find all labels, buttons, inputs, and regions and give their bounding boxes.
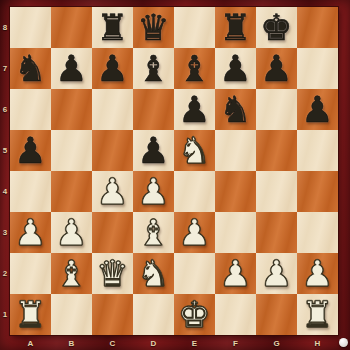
black-pawn-c7: ♟ xyxy=(96,48,128,89)
square-b8[interactable] xyxy=(51,7,92,48)
square-d4[interactable]: ♟ xyxy=(133,171,174,212)
square-f6[interactable]: ♞ xyxy=(215,89,256,130)
square-h2[interactable]: ♟ xyxy=(297,253,338,294)
black-rook-c8: ♜ xyxy=(96,7,128,48)
white-rook-a1: ♜ xyxy=(14,294,46,335)
black-king-g8: ♚ xyxy=(260,7,292,48)
white-pawn-g2: ♟ xyxy=(260,253,292,294)
square-b5[interactable] xyxy=(51,130,92,171)
square-c7[interactable]: ♟ xyxy=(92,48,133,89)
square-g6[interactable] xyxy=(256,89,297,130)
black-pawn-d5: ♟ xyxy=(137,130,169,171)
square-g3[interactable] xyxy=(256,212,297,253)
black-pawn-g7: ♟ xyxy=(260,48,292,89)
white-pawn-e3: ♟ xyxy=(178,212,210,253)
square-g7[interactable]: ♟ xyxy=(256,48,297,89)
square-h8[interactable] xyxy=(297,7,338,48)
square-a1[interactable]: ♜ xyxy=(10,294,51,335)
square-f5[interactable] xyxy=(215,130,256,171)
square-d7[interactable]: ♝ xyxy=(133,48,174,89)
white-king-e1: ♚ xyxy=(178,294,210,335)
black-pawn-h6: ♟ xyxy=(301,89,333,130)
file-label-e: E xyxy=(174,337,215,350)
white-pawn-a3: ♟ xyxy=(14,212,46,253)
square-h1[interactable]: ♜ xyxy=(297,294,338,335)
white-pawn-b3: ♟ xyxy=(55,212,87,253)
square-b2[interactable]: ♝ xyxy=(51,253,92,294)
rank-label-8: 8 xyxy=(0,23,10,32)
square-c8[interactable]: ♜ xyxy=(92,7,133,48)
square-d5[interactable]: ♟ xyxy=(133,130,174,171)
square-d3[interactable]: ♝ xyxy=(133,212,174,253)
rank-label-4: 4 xyxy=(0,187,10,196)
square-c2[interactable]: ♛ xyxy=(92,253,133,294)
square-d6[interactable] xyxy=(133,89,174,130)
square-a4[interactable] xyxy=(10,171,51,212)
black-pawn-b7: ♟ xyxy=(55,48,87,89)
file-label-h: H xyxy=(297,337,338,350)
square-b6[interactable] xyxy=(51,89,92,130)
square-e1[interactable]: ♚ xyxy=(174,294,215,335)
rank-label-2: 2 xyxy=(0,269,10,278)
black-queen-d8: ♛ xyxy=(137,7,169,48)
square-e2[interactable] xyxy=(174,253,215,294)
square-h7[interactable] xyxy=(297,48,338,89)
square-b3[interactable]: ♟ xyxy=(51,212,92,253)
file-label-g: G xyxy=(256,337,297,350)
black-rook-f8: ♜ xyxy=(219,7,251,48)
file-label-a: A xyxy=(10,337,51,350)
square-a2[interactable] xyxy=(10,253,51,294)
square-d8[interactable]: ♛ xyxy=(133,7,174,48)
square-f2[interactable]: ♟ xyxy=(215,253,256,294)
square-e6[interactable]: ♟ xyxy=(174,89,215,130)
square-b4[interactable] xyxy=(51,171,92,212)
square-e7[interactable]: ♝ xyxy=(174,48,215,89)
square-e5[interactable]: ♞ xyxy=(174,130,215,171)
square-h4[interactable] xyxy=(297,171,338,212)
square-e4[interactable] xyxy=(174,171,215,212)
square-h6[interactable]: ♟ xyxy=(297,89,338,130)
file-label-d: D xyxy=(133,337,174,350)
square-c1[interactable] xyxy=(92,294,133,335)
square-a8[interactable] xyxy=(10,7,51,48)
black-pawn-a5: ♟ xyxy=(14,130,46,171)
chess-diagram: ♜♛♜♚♞♟♟♝♝♟♟♟♞♟♟♟♞♟♟♟♟♝♟♝♛♞♟♟♟♜♚♜ 8765432… xyxy=(0,0,350,350)
square-g8[interactable]: ♚ xyxy=(256,7,297,48)
square-e3[interactable]: ♟ xyxy=(174,212,215,253)
rank-label-5: 5 xyxy=(0,146,10,155)
square-a3[interactable]: ♟ xyxy=(10,212,51,253)
square-g4[interactable] xyxy=(256,171,297,212)
square-a6[interactable] xyxy=(10,89,51,130)
rank-label-1: 1 xyxy=(0,310,10,319)
square-g5[interactable] xyxy=(256,130,297,171)
file-label-f: F xyxy=(215,337,256,350)
white-pawn-d4: ♟ xyxy=(137,171,169,212)
square-c6[interactable] xyxy=(92,89,133,130)
square-f8[interactable]: ♜ xyxy=(215,7,256,48)
white-queen-c2: ♛ xyxy=(96,253,128,294)
square-c3[interactable] xyxy=(92,212,133,253)
black-bishop-d7: ♝ xyxy=(137,48,169,89)
rank-label-6: 6 xyxy=(0,105,10,114)
white-knight-e5: ♞ xyxy=(178,130,210,171)
black-pawn-f7: ♟ xyxy=(219,48,251,89)
square-f1[interactable] xyxy=(215,294,256,335)
chess-board: ♜♛♜♚♞♟♟♝♝♟♟♟♞♟♟♟♞♟♟♟♟♝♟♝♛♞♟♟♟♜♚♜ xyxy=(10,7,338,335)
square-a5[interactable]: ♟ xyxy=(10,130,51,171)
square-c5[interactable] xyxy=(92,130,133,171)
white-pawn-c4: ♟ xyxy=(96,171,128,212)
white-rook-h1: ♜ xyxy=(301,294,333,335)
square-b1[interactable] xyxy=(51,294,92,335)
file-label-b: B xyxy=(51,337,92,350)
white-knight-d2: ♞ xyxy=(137,253,169,294)
square-e8[interactable] xyxy=(174,7,215,48)
black-bishop-e7: ♝ xyxy=(178,48,210,89)
square-d1[interactable] xyxy=(133,294,174,335)
file-label-c: C xyxy=(92,337,133,350)
square-h3[interactable] xyxy=(297,212,338,253)
square-d2[interactable]: ♞ xyxy=(133,253,174,294)
square-b7[interactable]: ♟ xyxy=(51,48,92,89)
black-knight-a7: ♞ xyxy=(14,48,46,89)
white-bishop-d3: ♝ xyxy=(137,212,169,253)
square-a7[interactable]: ♞ xyxy=(10,48,51,89)
square-g2[interactable]: ♟ xyxy=(256,253,297,294)
square-f7[interactable]: ♟ xyxy=(215,48,256,89)
rank-label-3: 3 xyxy=(0,228,10,237)
white-pawn-f2: ♟ xyxy=(219,253,251,294)
rank-label-7: 7 xyxy=(0,64,10,73)
square-f4[interactable] xyxy=(215,171,256,212)
white-bishop-b2: ♝ xyxy=(55,253,87,294)
white-pawn-h2: ♟ xyxy=(301,253,333,294)
square-g1[interactable] xyxy=(256,294,297,335)
black-pawn-e6: ♟ xyxy=(178,89,210,130)
square-f3[interactable] xyxy=(215,212,256,253)
black-knight-f6: ♞ xyxy=(219,89,251,130)
square-c4[interactable]: ♟ xyxy=(92,171,133,212)
white-to-move-indicator xyxy=(339,338,348,347)
square-h5[interactable] xyxy=(297,130,338,171)
